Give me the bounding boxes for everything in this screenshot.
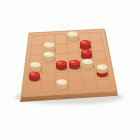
board-game-photo [0, 0, 140, 140]
product-photo-scene [0, 0, 140, 140]
